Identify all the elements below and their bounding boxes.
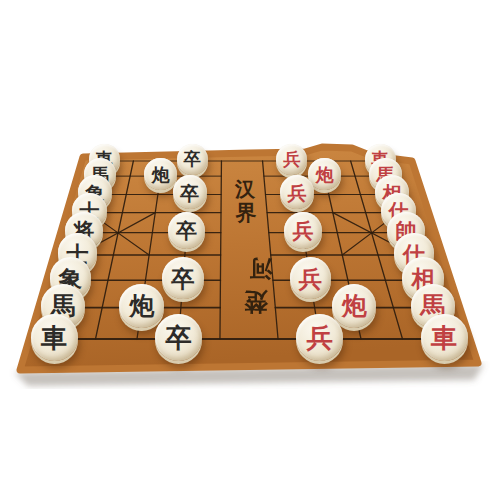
piece-character: 兵 <box>283 151 300 168</box>
red-soldier: 兵 <box>276 144 307 175</box>
black-soldier: 卒 <box>173 175 207 209</box>
black-rook: 車 <box>31 314 78 361</box>
piece-character: 卒 <box>171 268 194 291</box>
pieces-layer: 車馬象士将士象馬車炮炮卒卒卒卒卒兵兵兵兵兵炮炮車馬相仕帥仕相馬車 <box>0 0 500 500</box>
red-soldier: 兵 <box>280 175 314 209</box>
red-soldier: 兵 <box>296 314 343 361</box>
piece-character: 兵 <box>306 325 332 351</box>
black-cannon: 炮 <box>144 158 176 190</box>
river-label-jie: 界 <box>232 203 260 224</box>
river-label-chu: 楚 <box>242 290 270 314</box>
piece-character: 卒 <box>165 325 191 351</box>
black-soldier: 卒 <box>155 314 202 361</box>
product-photo: 車馬象士将士象馬車炮炮卒卒卒卒卒兵兵兵兵兵炮炮車馬相仕帥仕相馬車 汉 界 河 楚 <box>0 0 500 500</box>
piece-character: 炮 <box>151 166 169 184</box>
red-cannon: 炮 <box>332 284 376 328</box>
black-soldier: 卒 <box>168 212 205 249</box>
piece-character: 炮 <box>342 294 367 319</box>
piece-character: 卒 <box>183 151 200 168</box>
piece-character: 兵 <box>288 184 307 203</box>
piece-character: 兵 <box>293 221 314 242</box>
river-label-han: 汉 <box>231 179 259 199</box>
red-cannon: 炮 <box>308 158 340 190</box>
river-label-he: 河 <box>247 257 275 280</box>
black-soldier: 卒 <box>177 144 208 175</box>
piece-character: 車 <box>431 325 457 351</box>
red-rook: 車 <box>421 314 468 361</box>
red-soldier: 兵 <box>290 257 332 299</box>
red-soldier: 兵 <box>284 212 321 249</box>
piece-character: 卒 <box>180 184 199 203</box>
piece-character: 兵 <box>299 268 322 291</box>
black-cannon: 炮 <box>119 284 163 328</box>
piece-character: 卒 <box>176 221 197 242</box>
piece-character: 車 <box>41 325 67 351</box>
black-soldier: 卒 <box>162 257 204 299</box>
piece-character: 炮 <box>316 166 334 184</box>
piece-character: 炮 <box>129 294 154 319</box>
